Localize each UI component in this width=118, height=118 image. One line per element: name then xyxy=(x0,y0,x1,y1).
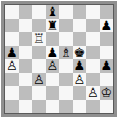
square-c7[interactable] xyxy=(32,19,46,33)
square-e3[interactable] xyxy=(59,73,73,87)
square-g5[interactable] xyxy=(86,46,100,60)
square-e6[interactable] xyxy=(59,32,73,46)
square-c6[interactable]: ♖ xyxy=(32,32,46,46)
square-d5[interactable]: ♟ xyxy=(46,46,60,60)
square-c8[interactable] xyxy=(32,5,46,19)
square-g4[interactable] xyxy=(86,59,100,73)
square-b3[interactable] xyxy=(19,73,33,87)
square-d1[interactable] xyxy=(46,100,60,114)
white-pawn-piece: ♙ xyxy=(73,73,85,87)
square-h3[interactable] xyxy=(100,73,114,87)
square-e4[interactable] xyxy=(59,59,73,73)
square-e8[interactable] xyxy=(59,5,73,19)
square-d7[interactable]: ♜ xyxy=(46,19,60,33)
square-g1[interactable] xyxy=(86,100,100,114)
square-c5[interactable] xyxy=(32,46,46,60)
square-b4[interactable] xyxy=(19,59,33,73)
square-f3[interactable]: ♙ xyxy=(73,73,87,87)
square-a2[interactable] xyxy=(5,86,19,100)
square-f2[interactable] xyxy=(73,86,87,100)
chess-board: ♝♜♟♖♟♟♗♚♙♙♟♟♙♙♙♔ xyxy=(5,5,113,113)
square-e2[interactable] xyxy=(59,86,73,100)
square-d4[interactable]: ♙ xyxy=(46,59,60,73)
white-rook-piece: ♖ xyxy=(33,32,45,46)
white-pawn-piece: ♙ xyxy=(46,59,58,73)
square-e1[interactable] xyxy=(59,100,73,114)
white-pawn-piece: ♙ xyxy=(87,86,99,100)
square-h7[interactable]: ♟ xyxy=(100,19,114,33)
black-pawn-piece: ♟ xyxy=(100,59,112,73)
white-pawn-piece: ♙ xyxy=(6,59,18,73)
black-rook-piece: ♜ xyxy=(46,19,58,33)
white-king-piece: ♔ xyxy=(100,86,112,100)
square-g2[interactable]: ♙ xyxy=(86,86,100,100)
square-a6[interactable] xyxy=(5,32,19,46)
black-pawn-piece: ♟ xyxy=(73,59,85,73)
square-g7[interactable] xyxy=(86,19,100,33)
square-h5[interactable] xyxy=(100,46,114,60)
square-b7[interactable] xyxy=(19,19,33,33)
square-g3[interactable] xyxy=(86,73,100,87)
square-b8[interactable] xyxy=(19,5,33,19)
board-frame: ♝♜♟♖♟♟♗♚♙♙♟♟♙♙♙♔ xyxy=(1,1,117,117)
square-f7[interactable] xyxy=(73,19,87,33)
square-d3[interactable] xyxy=(46,73,60,87)
square-e5[interactable]: ♗ xyxy=(59,46,73,60)
square-a4[interactable]: ♙ xyxy=(5,59,19,73)
square-c1[interactable] xyxy=(32,100,46,114)
square-b5[interactable] xyxy=(19,46,33,60)
square-c4[interactable] xyxy=(32,59,46,73)
square-a8[interactable] xyxy=(5,5,19,19)
black-pawn-piece: ♟ xyxy=(100,19,112,33)
square-a7[interactable] xyxy=(5,19,19,33)
black-pawn-piece: ♟ xyxy=(46,46,58,60)
black-pawn-piece: ♟ xyxy=(6,46,18,60)
square-a5[interactable]: ♟ xyxy=(5,46,19,60)
square-b2[interactable] xyxy=(19,86,33,100)
square-f1[interactable] xyxy=(73,100,87,114)
black-bishop-piece: ♝ xyxy=(46,5,58,19)
white-bishop-piece: ♗ xyxy=(60,46,72,60)
square-c2[interactable] xyxy=(32,86,46,100)
square-d6[interactable] xyxy=(46,32,60,46)
square-h1[interactable] xyxy=(100,100,114,114)
square-a1[interactable] xyxy=(5,100,19,114)
white-pawn-piece: ♙ xyxy=(33,73,45,87)
square-g8[interactable] xyxy=(86,5,100,19)
square-b1[interactable] xyxy=(19,100,33,114)
square-d2[interactable] xyxy=(46,86,60,100)
square-f8[interactable] xyxy=(73,5,87,19)
square-h6[interactable] xyxy=(100,32,114,46)
square-d8[interactable]: ♝ xyxy=(46,5,60,19)
black-king-piece: ♚ xyxy=(73,46,85,60)
chess-diagram-page: ♝♜♟♖♟♟♗♚♙♙♟♟♙♙♙♔ xyxy=(0,0,118,118)
square-f5[interactable]: ♚ xyxy=(73,46,87,60)
square-c3[interactable]: ♙ xyxy=(32,73,46,87)
square-h4[interactable]: ♟ xyxy=(100,59,114,73)
square-b6[interactable] xyxy=(19,32,33,46)
square-e7[interactable] xyxy=(59,19,73,33)
square-h8[interactable] xyxy=(100,5,114,19)
square-g6[interactable] xyxy=(86,32,100,46)
square-a3[interactable] xyxy=(5,73,19,87)
square-f6[interactable] xyxy=(73,32,87,46)
square-h2[interactable]: ♔ xyxy=(100,86,114,100)
square-f4[interactable]: ♟ xyxy=(73,59,87,73)
